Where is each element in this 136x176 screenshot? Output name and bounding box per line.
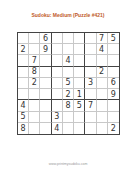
sudoku-cell: [29, 33, 40, 44]
sudoku-cell: [108, 44, 119, 55]
sudoku-cell: [40, 89, 51, 100]
sudoku-cell: [85, 67, 96, 78]
sudoku-cell: [40, 55, 51, 66]
sudoku-cell: [108, 100, 119, 111]
sudoku-cell: [85, 112, 96, 123]
sudoku-cell: 4: [18, 100, 29, 111]
sudoku-cell: [74, 112, 85, 123]
sudoku-cell: [52, 89, 63, 100]
sudoku-cell: 1: [74, 89, 85, 100]
sudoku-cell: [52, 67, 63, 78]
sudoku-cell: 5: [74, 100, 85, 111]
sudoku-cell: [108, 67, 119, 78]
puzzle-title: Sudoku: Medium (Puzzle #421): [0, 12, 136, 18]
sudoku-cell: 5: [63, 78, 74, 89]
sudoku-cell: [63, 112, 74, 123]
sudoku-cell: [85, 89, 96, 100]
sudoku-cell: 4: [52, 123, 63, 134]
sudoku-cell: [74, 78, 85, 89]
sudoku-sheet: Sudoku: Medium (Puzzle #421) 67529474822…: [0, 0, 136, 176]
sudoku-cell: [40, 78, 51, 89]
footer-url: www.printmysudoku.com: [0, 162, 136, 166]
sudoku-cell: 6: [40, 33, 51, 44]
sudoku-cell: [97, 100, 108, 111]
sudoku-cell: [108, 55, 119, 66]
sudoku-cell: [63, 67, 74, 78]
sudoku-cell: [74, 123, 85, 134]
sudoku-cell: 2: [108, 123, 119, 134]
sudoku-cell: [97, 78, 108, 89]
sudoku-cell: [74, 67, 85, 78]
sudoku-cell: [29, 123, 40, 134]
sudoku-cell: [63, 44, 74, 55]
sudoku-cell: 8: [29, 67, 40, 78]
sudoku-cell: [52, 78, 63, 89]
sudoku-cell: 8: [18, 123, 29, 134]
sudoku-cell: [40, 123, 51, 134]
sudoku-cell: [97, 55, 108, 66]
sudoku-cell: [18, 55, 29, 66]
sudoku-cell: [74, 55, 85, 66]
sudoku-cell: 9: [40, 44, 51, 55]
sudoku-grid: 67529474822536219485753842: [17, 32, 120, 135]
sudoku-cell: [85, 123, 96, 134]
sudoku-cell: 3: [85, 78, 96, 89]
sudoku-cell: [85, 44, 96, 55]
sudoku-cell: [108, 112, 119, 123]
sudoku-cell: [29, 112, 40, 123]
sudoku-cell: [29, 44, 40, 55]
sudoku-cell: [52, 44, 63, 55]
sudoku-cell: [29, 89, 40, 100]
sudoku-cell: [74, 44, 85, 55]
sudoku-cell: [18, 67, 29, 78]
sudoku-cell: 7: [97, 33, 108, 44]
sudoku-cell: [40, 112, 51, 123]
sudoku-cell: 2: [63, 89, 74, 100]
sudoku-cell: [85, 33, 96, 44]
sudoku-cell: [29, 100, 40, 111]
sudoku-cell: [18, 78, 29, 89]
sudoku-cell: 2: [18, 44, 29, 55]
sudoku-cell: [40, 100, 51, 111]
sudoku-cell: [52, 33, 63, 44]
sudoku-cell: [63, 33, 74, 44]
sudoku-cell: 5: [18, 112, 29, 123]
sudoku-cell: [97, 89, 108, 100]
sudoku-cell: [52, 100, 63, 111]
sudoku-cell: 5: [108, 33, 119, 44]
sudoku-cell: [97, 123, 108, 134]
sudoku-cell: [18, 89, 29, 100]
sudoku-cell: 6: [108, 78, 119, 89]
sudoku-cell: [85, 55, 96, 66]
sudoku-cell: [74, 33, 85, 44]
sudoku-cell: [18, 33, 29, 44]
sudoku-cell: 7: [29, 55, 40, 66]
sudoku-cell: 2: [97, 67, 108, 78]
sudoku-cell: 8: [63, 100, 74, 111]
sudoku-cell: 4: [63, 55, 74, 66]
sudoku-cell: [40, 67, 51, 78]
sudoku-cell: 3: [52, 112, 63, 123]
sudoku-cell: 7: [85, 100, 96, 111]
sudoku-cell: 4: [97, 44, 108, 55]
sudoku-cell: [97, 112, 108, 123]
sudoku-cell: [63, 123, 74, 134]
sudoku-cell: 9: [108, 89, 119, 100]
sudoku-cell: 2: [29, 78, 40, 89]
sudoku-cell: [52, 55, 63, 66]
